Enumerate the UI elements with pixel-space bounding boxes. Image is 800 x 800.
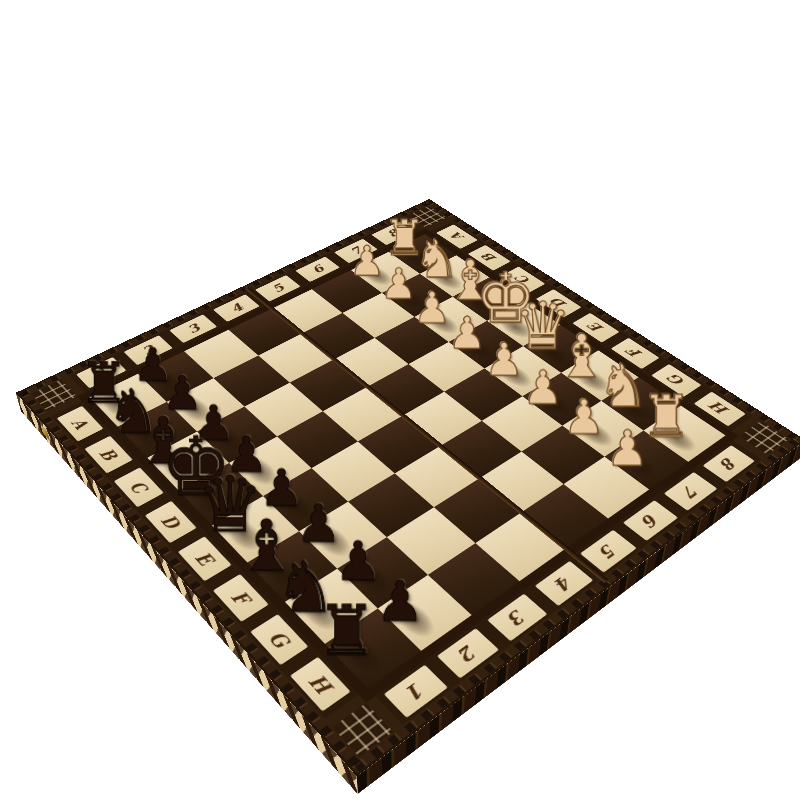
pieces-layer: ♜♞♝♚♛♝♞♜♟♟♟♟♟♟♟♟♟♟♟♟♟♟♟♟♜♞♝♚♛♝♞♜ xyxy=(90,234,726,688)
perspective-wrapper: ABCDEFGH ABCDEFGH 87654321 87654321 ♜♞♝♚… xyxy=(0,0,800,800)
brass-clasp-icon xyxy=(40,424,49,441)
piece-black-pawn: ♟ xyxy=(376,573,424,629)
piece-black-pawn: ♟ xyxy=(335,534,382,588)
product-photo: ABCDEFGH ABCDEFGH 87654321 87654321 ♜♞♝♚… xyxy=(0,0,800,800)
board-scene: ABCDEFGH ABCDEFGH 87654321 87654321 ♜♞♝♚… xyxy=(16,199,800,776)
piece-white-pawn: ♟ xyxy=(484,336,523,381)
piece-white-pawn: ♟ xyxy=(380,262,416,304)
piece-white-pawn: ♟ xyxy=(606,423,649,472)
coord-label-3: 3 xyxy=(487,594,547,642)
piece-white-rook: ♜ xyxy=(641,387,692,445)
piece-white-pawn: ♟ xyxy=(448,310,486,354)
piece-black-rook: ♜ xyxy=(317,596,377,665)
piece-white-pawn: ♟ xyxy=(563,393,605,441)
piece-white-pawn: ♟ xyxy=(413,286,450,329)
chess-board: ABCDEFGH ABCDEFGH 87654321 87654321 ♜♞♝♚… xyxy=(16,199,800,776)
piece-white-pawn: ♟ xyxy=(523,364,563,411)
